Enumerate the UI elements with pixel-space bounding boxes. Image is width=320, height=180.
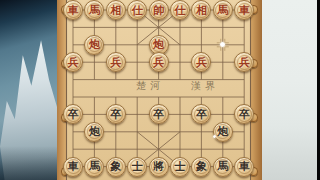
xiangqi-app-window: 楚河 漢界 車馬相仕帥仕相馬車炮炮兵兵兵兵兵卒卒卒卒卒炮炮車馬象士將士象馬車 [0,0,320,180]
piece-red-soldier[interactable]: 兵 [149,52,169,72]
piece-red-advisor[interactable]: 仕 [170,0,190,20]
piece-red-soldier[interactable]: 兵 [106,52,126,72]
piece-black-horse[interactable]: 馬 [213,157,233,177]
photo-shade [0,146,57,180]
board-grid[interactable]: 楚河 漢界 [57,0,262,180]
piece-red-horse[interactable]: 馬 [213,0,233,20]
river-label-chu-he: 楚河 [136,80,164,91]
right-panel-strip [262,0,317,180]
piece-black-chariot[interactable]: 車 [234,157,254,177]
piece-black-soldier[interactable]: 卒 [149,104,169,124]
river-label-han-jie: 漢界 [191,80,219,91]
piece-black-general[interactable]: 將 [149,157,169,177]
background-mountain-photo [0,0,57,180]
piece-red-general[interactable]: 帥 [149,0,169,20]
sparkle-dot [213,135,217,139]
piece-red-chariot[interactable]: 車 [63,0,83,20]
piece-black-elephant[interactable]: 象 [191,157,211,177]
piece-black-advisor[interactable]: 士 [127,157,147,177]
piece-black-cannon[interactable]: 炮 [213,122,233,142]
piece-black-elephant[interactable]: 象 [106,157,126,177]
piece-black-chariot[interactable]: 車 [63,157,83,177]
piece-red-elephant[interactable]: 相 [106,0,126,20]
piece-black-advisor[interactable]: 士 [170,157,190,177]
piece-black-horse[interactable]: 馬 [84,157,104,177]
